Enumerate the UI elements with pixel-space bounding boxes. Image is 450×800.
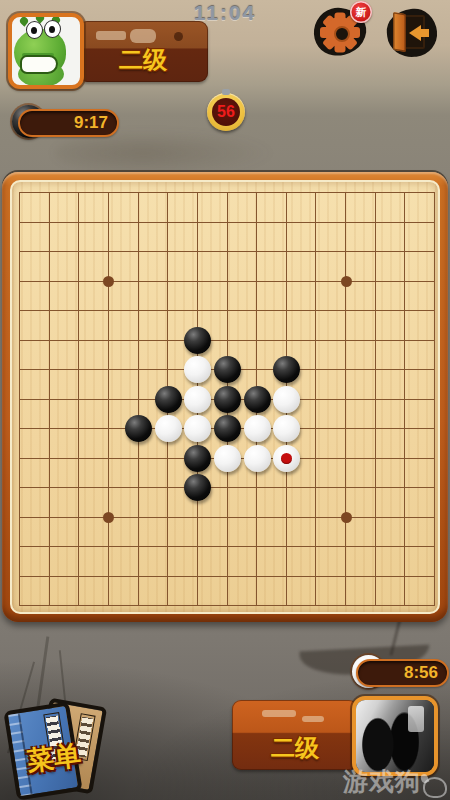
stone-black [273, 356, 300, 383]
bottom-player-nameplate: 二级 [232, 700, 358, 770]
top-player-timer: 9:17 [18, 109, 119, 137]
move-countdown-value: 56 [212, 98, 240, 126]
stone-black [214, 415, 241, 442]
star-point [341, 276, 352, 287]
watermark-text: 游戏狗 [343, 765, 421, 798]
move-countdown-badge: 56 [207, 93, 245, 131]
top-player-level: 二级 [78, 44, 208, 76]
top-player-nameplate: 二级 [78, 21, 208, 82]
stone-white [273, 386, 300, 413]
dino-avatar-image [12, 17, 80, 85]
watermark: 游戏狗 [343, 765, 447, 798]
exit-button[interactable] [385, 6, 439, 60]
stone-white [244, 415, 271, 442]
stone-black [214, 386, 241, 413]
game-screen: 11:04 二级 9:17 56 新 [0, 0, 450, 800]
stone-black [184, 474, 211, 501]
stone-white [184, 386, 211, 413]
stone-black [155, 386, 182, 413]
stone-white [184, 356, 211, 383]
watermark-dog-icon [423, 777, 447, 798]
stone-black [184, 327, 211, 354]
opponent-avatar-image [356, 700, 434, 772]
top-player-avatar[interactable] [8, 13, 84, 89]
settings-button[interactable]: 新 [312, 4, 368, 60]
stone-black [244, 386, 271, 413]
menu-button[interactable]: 菜单 [6, 696, 104, 796]
stone-white [273, 445, 300, 472]
star-point [103, 512, 114, 523]
stone-white [244, 445, 271, 472]
last-move-marker [281, 453, 292, 464]
stone-black [184, 445, 211, 472]
star-point [103, 276, 114, 287]
bottom-player-level: 二级 [232, 732, 358, 764]
stone-white [273, 415, 300, 442]
board-grid[interactable] [19, 192, 435, 606]
clock-pin [222, 89, 230, 95]
star-point [341, 512, 352, 523]
bottom-player-timer: 8:56 [356, 659, 449, 687]
new-badge: 新 [350, 1, 372, 23]
stone-white [184, 415, 211, 442]
stone-white [214, 445, 241, 472]
stone-black [214, 356, 241, 383]
stone-white [155, 415, 182, 442]
stone-black [125, 415, 152, 442]
bottom-player-avatar[interactable] [352, 696, 438, 776]
